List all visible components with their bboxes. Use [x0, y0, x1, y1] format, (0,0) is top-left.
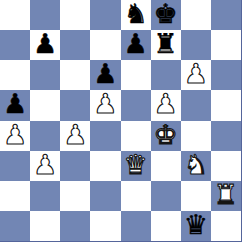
square-h6[interactable]: [211, 60, 241, 90]
square-g8[interactable]: [181, 0, 211, 30]
square-e7[interactable]: ♟: [121, 30, 151, 60]
black-pawn-d6[interactable]: ♟: [93, 60, 117, 89]
square-b5[interactable]: [30, 90, 60, 120]
white-knight-g3[interactable]: ♞: [184, 151, 208, 180]
square-c8[interactable]: [60, 0, 90, 30]
square-d3[interactable]: [90, 151, 120, 181]
square-h8[interactable]: [211, 0, 241, 30]
square-h7[interactable]: [211, 30, 241, 60]
square-a1[interactable]: [0, 211, 30, 241]
square-d1[interactable]: [90, 211, 120, 241]
square-b6[interactable]: [30, 60, 60, 90]
square-d8[interactable]: [90, 0, 120, 30]
square-h2[interactable]: ♜: [211, 181, 241, 211]
square-d7[interactable]: [90, 30, 120, 60]
square-c1[interactable]: [60, 211, 90, 241]
black-queen-g1[interactable]: ♛: [184, 211, 208, 240]
square-c3[interactable]: [60, 151, 90, 181]
square-g1[interactable]: ♛: [181, 211, 211, 241]
black-king-f8[interactable]: ♚: [154, 0, 178, 29]
square-a8[interactable]: [0, 0, 30, 30]
square-e5[interactable]: [121, 90, 151, 120]
square-e2[interactable]: [121, 181, 151, 211]
white-rook-h2[interactable]: ♜: [214, 181, 238, 210]
square-b4[interactable]: [30, 121, 60, 151]
square-a2[interactable]: [0, 181, 30, 211]
black-knight-e8[interactable]: ♞: [123, 0, 147, 29]
square-a5[interactable]: ♟: [0, 90, 30, 120]
square-f4[interactable]: ♚: [151, 121, 181, 151]
square-c2[interactable]: [60, 181, 90, 211]
black-rook-f7[interactable]: ♜: [154, 30, 178, 59]
square-f6[interactable]: [151, 60, 181, 90]
square-b7[interactable]: ♟: [30, 30, 60, 60]
white-pawn-g6[interactable]: ♟: [184, 60, 208, 89]
square-d5[interactable]: ♟: [90, 90, 120, 120]
square-b1[interactable]: [30, 211, 60, 241]
square-f3[interactable]: [151, 151, 181, 181]
square-f5[interactable]: ♟: [151, 90, 181, 120]
square-d2[interactable]: [90, 181, 120, 211]
white-king-f4[interactable]: ♚: [154, 121, 178, 150]
square-e1[interactable]: [121, 211, 151, 241]
square-b8[interactable]: [30, 0, 60, 30]
square-a6[interactable]: [0, 60, 30, 90]
square-c4[interactable]: ♟: [60, 121, 90, 151]
square-a4[interactable]: ♟: [0, 121, 30, 151]
square-c5[interactable]: [60, 90, 90, 120]
white-pawn-a4[interactable]: ♟: [3, 121, 27, 150]
square-b3[interactable]: ♟: [30, 151, 60, 181]
square-d6[interactable]: ♟: [90, 60, 120, 90]
square-h5[interactable]: [211, 90, 241, 120]
square-g4[interactable]: [181, 121, 211, 151]
square-e3[interactable]: ♛: [121, 151, 151, 181]
square-f1[interactable]: [151, 211, 181, 241]
black-pawn-e7[interactable]: ♟: [123, 30, 147, 59]
white-queen-e3[interactable]: ♛: [123, 151, 147, 180]
black-pawn-a5[interactable]: ♟: [3, 90, 27, 119]
square-g2[interactable]: [181, 181, 211, 211]
square-h4[interactable]: [211, 121, 241, 151]
square-d4[interactable]: [90, 121, 120, 151]
chess-board-wrap: ♞♚♟♟♜♟♟♟♟♟♟♟♚♟♛♞♜♛: [0, 0, 242, 242]
square-f2[interactable]: [151, 181, 181, 211]
square-h1[interactable]: [211, 211, 241, 241]
square-h3[interactable]: [211, 151, 241, 181]
square-c6[interactable]: [60, 60, 90, 90]
square-e4[interactable]: [121, 121, 151, 151]
square-c7[interactable]: [60, 30, 90, 60]
square-a7[interactable]: [0, 30, 30, 60]
square-e6[interactable]: [121, 60, 151, 90]
square-f7[interactable]: ♜: [151, 30, 181, 60]
white-pawn-c4[interactable]: ♟: [63, 121, 87, 150]
square-b2[interactable]: [30, 181, 60, 211]
square-g6[interactable]: ♟: [181, 60, 211, 90]
square-g5[interactable]: [181, 90, 211, 120]
chess-board: ♞♚♟♟♜♟♟♟♟♟♟♟♚♟♛♞♜♛: [0, 0, 242, 242]
white-pawn-d5[interactable]: ♟: [93, 90, 117, 119]
white-pawn-b3[interactable]: ♟: [33, 151, 57, 180]
square-g3[interactable]: ♞: [181, 151, 211, 181]
square-f8[interactable]: ♚: [151, 0, 181, 30]
square-e8[interactable]: ♞: [121, 0, 151, 30]
square-g7[interactable]: [181, 30, 211, 60]
square-a3[interactable]: [0, 151, 30, 181]
white-pawn-f5[interactable]: ♟: [154, 90, 178, 119]
black-pawn-b7[interactable]: ♟: [33, 30, 57, 59]
